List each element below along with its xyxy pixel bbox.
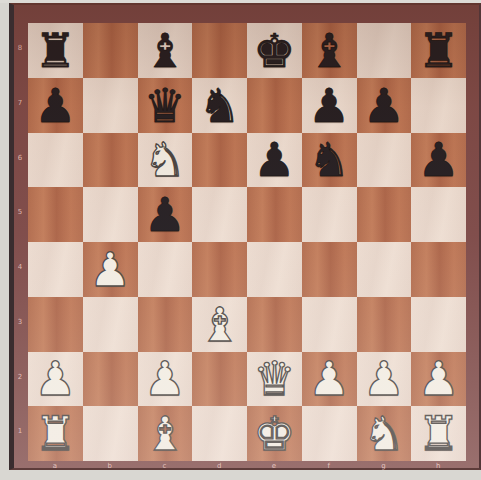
- square-b3[interactable]: [83, 297, 138, 352]
- piece-black-queen: ♛: [138, 78, 193, 133]
- square-e8[interactable]: ♚: [247, 23, 302, 78]
- square-c6[interactable]: ♞: [138, 133, 193, 188]
- rank-label-3: 3: [15, 318, 25, 326]
- square-d2[interactable]: [192, 352, 247, 407]
- file-label-d: d: [214, 462, 224, 470]
- piece-white-knight: ♞: [138, 133, 193, 188]
- file-label-a: a: [50, 462, 60, 470]
- piece-white-queen: ♛: [247, 352, 302, 407]
- rank-label-7: 7: [15, 99, 25, 107]
- square-c7[interactable]: ♛: [138, 78, 193, 133]
- file-label-c: c: [160, 462, 170, 470]
- square-h6[interactable]: ♟: [411, 133, 466, 188]
- square-h5[interactable]: [411, 187, 466, 242]
- square-b5[interactable]: [83, 187, 138, 242]
- square-f8[interactable]: ♝: [302, 23, 357, 78]
- photo-background-bottom: [0, 470, 481, 480]
- square-g6[interactable]: [357, 133, 412, 188]
- piece-black-rook: ♜: [28, 23, 83, 78]
- square-e6[interactable]: ♟: [247, 133, 302, 188]
- piece-black-pawn: ♟: [247, 133, 302, 188]
- square-e3[interactable]: [247, 297, 302, 352]
- square-a7[interactable]: ♟: [28, 78, 83, 133]
- square-c2[interactable]: ♟: [138, 352, 193, 407]
- square-b1[interactable]: [83, 406, 138, 461]
- square-e7[interactable]: [247, 78, 302, 133]
- square-b8[interactable]: [83, 23, 138, 78]
- square-h7[interactable]: [411, 78, 466, 133]
- piece-black-rook: ♜: [411, 23, 466, 78]
- square-d1[interactable]: [192, 406, 247, 461]
- rank-label-1: 1: [15, 427, 25, 435]
- square-a1[interactable]: ♜: [28, 406, 83, 461]
- square-c8[interactable]: ♝: [138, 23, 193, 78]
- square-h4[interactable]: [411, 242, 466, 297]
- file-label-h: h: [433, 462, 443, 470]
- square-c1[interactable]: ♝: [138, 406, 193, 461]
- square-e2[interactable]: ♛: [247, 352, 302, 407]
- square-c4[interactable]: [138, 242, 193, 297]
- piece-white-pawn: ♟: [138, 352, 193, 407]
- rank-label-2: 2: [15, 373, 25, 381]
- square-f2[interactable]: ♟: [302, 352, 357, 407]
- square-d4[interactable]: [192, 242, 247, 297]
- piece-white-rook: ♜: [411, 406, 466, 461]
- rank-label-8: 8: [15, 44, 25, 52]
- file-label-f: f: [324, 462, 334, 470]
- piece-white-king: ♚: [247, 406, 302, 461]
- square-a2[interactable]: ♟: [28, 352, 83, 407]
- piece-black-knight: ♞: [302, 133, 357, 188]
- square-d5[interactable]: [192, 187, 247, 242]
- piece-black-pawn: ♟: [357, 78, 412, 133]
- piece-white-pawn: ♟: [302, 352, 357, 407]
- square-f6[interactable]: ♞: [302, 133, 357, 188]
- square-h1[interactable]: ♜: [411, 406, 466, 461]
- square-d7[interactable]: ♞: [192, 78, 247, 133]
- piece-white-pawn: ♟: [411, 352, 466, 407]
- piece-white-pawn: ♟: [357, 352, 412, 407]
- square-b2[interactable]: [83, 352, 138, 407]
- file-label-b: b: [105, 462, 115, 470]
- square-b7[interactable]: [83, 78, 138, 133]
- square-b4[interactable]: ♟: [83, 242, 138, 297]
- piece-black-bishop: ♝: [302, 23, 357, 78]
- square-g8[interactable]: [357, 23, 412, 78]
- piece-white-pawn: ♟: [28, 352, 83, 407]
- rank-label-6: 6: [15, 154, 25, 162]
- square-c5[interactable]: ♟: [138, 187, 193, 242]
- piece-white-bishop: ♝: [138, 406, 193, 461]
- square-e5[interactable]: [247, 187, 302, 242]
- square-h3[interactable]: [411, 297, 466, 352]
- square-e4[interactable]: [247, 242, 302, 297]
- chess-board: ♜♝♚♝♜♟♛♞♟♟♞♟♞♟♟♟♝♟♟♛♟♟♟♜♝♚♞♜: [28, 23, 466, 461]
- square-e1[interactable]: ♚: [247, 406, 302, 461]
- piece-black-pawn: ♟: [302, 78, 357, 133]
- square-h8[interactable]: ♜: [411, 23, 466, 78]
- square-g2[interactable]: ♟: [357, 352, 412, 407]
- square-f4[interactable]: [302, 242, 357, 297]
- square-d3[interactable]: ♝: [192, 297, 247, 352]
- square-f3[interactable]: [302, 297, 357, 352]
- square-f7[interactable]: ♟: [302, 78, 357, 133]
- rank-label-5: 5: [15, 208, 25, 216]
- square-f5[interactable]: [302, 187, 357, 242]
- square-a3[interactable]: [28, 297, 83, 352]
- square-a4[interactable]: [28, 242, 83, 297]
- piece-black-bishop: ♝: [138, 23, 193, 78]
- square-g5[interactable]: [357, 187, 412, 242]
- square-f1[interactable]: [302, 406, 357, 461]
- piece-white-rook: ♜: [28, 406, 83, 461]
- piece-white-pawn: ♟: [83, 242, 138, 297]
- square-a5[interactable]: [28, 187, 83, 242]
- piece-white-knight: ♞: [357, 406, 412, 461]
- square-g3[interactable]: [357, 297, 412, 352]
- square-a8[interactable]: ♜: [28, 23, 83, 78]
- square-h2[interactable]: ♟: [411, 352, 466, 407]
- piece-black-pawn: ♟: [138, 187, 193, 242]
- square-g1[interactable]: ♞: [357, 406, 412, 461]
- square-a6[interactable]: [28, 133, 83, 188]
- rank-label-4: 4: [15, 263, 25, 271]
- piece-black-pawn: ♟: [411, 133, 466, 188]
- file-label-g: g: [379, 462, 389, 470]
- piece-black-king: ♚: [247, 23, 302, 78]
- square-b6[interactable]: [83, 133, 138, 188]
- square-d8[interactable]: [192, 23, 247, 78]
- piece-black-pawn: ♟: [28, 78, 83, 133]
- square-d6[interactable]: [192, 133, 247, 188]
- square-g7[interactable]: ♟: [357, 78, 412, 133]
- piece-white-bishop: ♝: [192, 297, 247, 352]
- chess-board-frame: ♜♝♚♝♜♟♛♞♟♟♞♟♞♟♟♟♝♟♟♛♟♟♟♜♝♚♞♜ 87654321abc…: [9, 3, 481, 470]
- square-g4[interactable]: [357, 242, 412, 297]
- file-label-e: e: [269, 462, 279, 470]
- piece-black-knight: ♞: [192, 78, 247, 133]
- square-c3[interactable]: [138, 297, 193, 352]
